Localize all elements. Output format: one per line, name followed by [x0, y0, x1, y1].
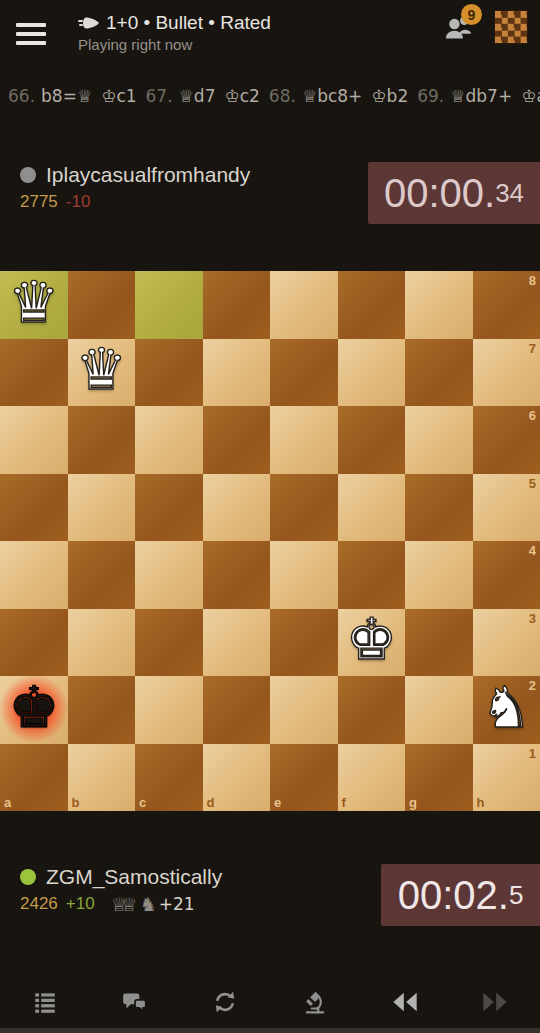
square-a5[interactable] [0, 474, 68, 542]
square-a7[interactable] [0, 339, 68, 407]
game-screen: 1+0 • Bullet • Rated Playing right now 9… [0, 0, 540, 1033]
square-b2[interactable] [68, 676, 136, 744]
menu-button[interactable] [16, 19, 54, 49]
square-c8[interactable] [135, 271, 203, 339]
square-f7[interactable] [338, 339, 406, 407]
square-f1[interactable]: f [338, 744, 406, 812]
square-d4[interactable] [203, 541, 271, 609]
square-a4[interactable] [0, 541, 68, 609]
spectator-count-badge: 9 [461, 4, 482, 25]
square-h5[interactable]: 5 [473, 474, 540, 542]
material-score: +21 [159, 894, 195, 914]
square-a2[interactable]: ♚ [0, 676, 68, 744]
square-c7[interactable] [135, 339, 203, 407]
square-h6[interactable]: 6 [473, 406, 540, 474]
square-e2[interactable] [270, 676, 338, 744]
app-header: 1+0 • Bullet • Rated Playing right now 9 [0, 0, 540, 64]
captured-queens-icon: ♕♕ [111, 893, 131, 915]
square-g8[interactable] [405, 271, 473, 339]
clock-time: 00:02. [398, 873, 509, 918]
square-e8[interactable] [270, 271, 338, 339]
square-g2[interactable] [405, 676, 473, 744]
analysis-button[interactable] [270, 976, 360, 1028]
square-a1[interactable]: a [0, 744, 68, 812]
square-c5[interactable] [135, 474, 203, 542]
player-name[interactable]: ZGM_Samostically [46, 865, 222, 889]
square-b8[interactable] [68, 271, 136, 339]
square-f8[interactable] [338, 271, 406, 339]
rank-label-4: 4 [529, 544, 536, 557]
board-theme-icon[interactable] [494, 10, 528, 44]
square-d7[interactable] [203, 339, 271, 407]
spectators-button[interactable]: 9 [442, 10, 476, 44]
square-b6[interactable] [68, 406, 136, 474]
square-d8[interactable] [203, 271, 271, 339]
list-icon [32, 989, 58, 1015]
forward-button[interactable] [450, 976, 540, 1028]
square-a6[interactable] [0, 406, 68, 474]
piece-wN-h2[interactable]: ♞ [481, 679, 532, 736]
square-d1[interactable]: d [203, 744, 271, 812]
square-e3[interactable] [270, 609, 338, 677]
square-b3[interactable] [68, 609, 136, 677]
square-g1[interactable]: g [405, 744, 473, 812]
flip-board-button[interactable] [180, 976, 270, 1028]
square-f5[interactable] [338, 474, 406, 542]
square-h2[interactable]: ♞2 [473, 676, 540, 744]
flip-icon [211, 989, 239, 1015]
clock-bottom: 00:02.5 [381, 864, 540, 926]
square-d5[interactable] [203, 474, 271, 542]
move-list[interactable]: 66.b8=♕♔c167.♕d7♔c268.♕bc8+♔b269.♕db7+♔a… [0, 80, 540, 112]
menu-bar [16, 23, 46, 27]
move-number[interactable]: 69. [417, 86, 444, 106]
square-e1[interactable]: e [270, 744, 338, 812]
square-c6[interactable] [135, 406, 203, 474]
game-title: 1+0 • Bullet • Rated [106, 12, 271, 34]
square-b7[interactable]: ♛ [68, 339, 136, 407]
forward-icon [481, 990, 509, 1014]
square-f4[interactable] [338, 541, 406, 609]
square-d2[interactable] [203, 676, 271, 744]
player-rating: 2775 [20, 192, 58, 212]
move[interactable]: ♕db7+ [450, 86, 512, 106]
square-f3[interactable]: ♚ [338, 609, 406, 677]
bullet-icon [78, 14, 100, 32]
rank-label-8: 8 [529, 274, 536, 287]
chat-button[interactable] [90, 976, 180, 1028]
square-b4[interactable] [68, 541, 136, 609]
file-label-f: f [342, 796, 346, 809]
file-label-d: d [207, 796, 215, 809]
rewind-icon [391, 990, 419, 1014]
chess-board[interactable]: ♛8♛7654♚3♚♞2abcdefg1h [0, 271, 540, 811]
piece-wK-f3[interactable]: ♚ [346, 611, 397, 668]
square-d6[interactable] [203, 406, 271, 474]
square-g4[interactable] [405, 541, 473, 609]
square-h4[interactable]: 4 [473, 541, 540, 609]
square-h7[interactable]: 7 [473, 339, 540, 407]
menu-bar [16, 32, 46, 36]
square-d3[interactable] [203, 609, 271, 677]
file-label-h: h [477, 796, 485, 809]
rank-label-5: 5 [529, 477, 536, 490]
square-e7[interactable] [270, 339, 338, 407]
captured-pieces: ♕♕ ♞ +21 [111, 893, 195, 915]
square-e4[interactable] [270, 541, 338, 609]
square-h3[interactable]: 3 [473, 609, 540, 677]
move-number[interactable]: 66. [8, 86, 35, 106]
square-c1[interactable]: c [135, 744, 203, 812]
moves-menu-button[interactable] [0, 976, 90, 1028]
rank-label-1: 1 [529, 747, 536, 760]
piece-wQ-b7[interactable]: ♛ [76, 341, 127, 398]
bottom-toolbar [0, 976, 540, 1028]
square-b5[interactable] [68, 474, 136, 542]
move[interactable]: ♕bc8+ [302, 86, 362, 106]
piece-bK-a2[interactable]: ♚ [8, 679, 59, 736]
square-h1[interactable]: 1h [473, 744, 540, 812]
square-g3[interactable] [405, 609, 473, 677]
square-a8[interactable]: ♛ [0, 271, 68, 339]
move[interactable]: ♕d7 [179, 86, 216, 106]
square-f6[interactable] [338, 406, 406, 474]
file-label-b: b [72, 796, 80, 809]
clock-fraction: 5 [509, 880, 523, 911]
microscope-icon [301, 989, 329, 1015]
rating-diff: +10 [66, 894, 95, 914]
clock-fraction: 34 [495, 178, 524, 209]
game-status-text: Playing right now [78, 36, 271, 53]
move[interactable]: ♔c2 [224, 86, 259, 106]
move[interactable]: ♔b2 [371, 86, 408, 106]
player-name[interactable]: Iplaycasualfromhandy [46, 163, 250, 187]
rank-label-3: 3 [529, 612, 536, 625]
game-title-block: 1+0 • Bullet • Rated Playing right now [78, 12, 271, 53]
clock-top: 00:00.34 [368, 162, 540, 224]
square-g5[interactable] [405, 474, 473, 542]
rating-diff: -10 [66, 192, 91, 212]
file-label-a: a [4, 796, 11, 809]
player-rating: 2426 [20, 894, 58, 914]
file-label-g: g [409, 796, 417, 809]
rank-label-7: 7 [529, 342, 536, 355]
square-f2[interactable] [338, 676, 406, 744]
square-e5[interactable] [270, 474, 338, 542]
square-c2[interactable] [135, 676, 203, 744]
move-number[interactable]: 67. [146, 86, 173, 106]
menu-bar [16, 41, 46, 45]
captured-knight-icon: ♞ [140, 893, 157, 915]
rewind-button[interactable] [360, 976, 450, 1028]
move[interactable]: ♔c1 [101, 86, 136, 106]
rank-label-6: 6 [529, 409, 536, 422]
square-g7[interactable] [405, 339, 473, 407]
player-status-dot [20, 869, 36, 885]
chat-icon [121, 989, 149, 1015]
move[interactable]: ♔a2 [521, 86, 540, 106]
square-b1[interactable]: b [68, 744, 136, 812]
square-e6[interactable] [270, 406, 338, 474]
rank-label-2: 2 [529, 679, 536, 692]
file-label-e: e [274, 796, 281, 809]
square-h8[interactable]: 8 [473, 271, 540, 339]
piece-wQ-a8[interactable]: ♛ [8, 274, 59, 331]
move-number[interactable]: 68. [269, 86, 296, 106]
file-label-c: c [139, 796, 146, 809]
move[interactable]: b8=♕ [41, 86, 92, 106]
gesture-bar [0, 1028, 540, 1033]
square-c4[interactable] [135, 541, 203, 609]
clock-time: 00:00. [384, 171, 495, 216]
square-a3[interactable] [0, 609, 68, 677]
player-status-dot [20, 167, 36, 183]
square-c3[interactable] [135, 609, 203, 677]
square-g6[interactable] [405, 406, 473, 474]
